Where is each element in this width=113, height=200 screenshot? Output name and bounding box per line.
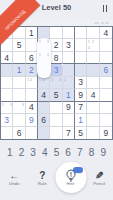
header: ПРОМОКОД Level 50 — [0, 0, 113, 18]
cell-value: 3 — [78, 77, 83, 87]
numpad-4[interactable]: 4 — [42, 146, 48, 160]
cell-r2c2[interactable]: 5 — [13, 39, 25, 51]
cell-r6c7[interactable]: 9 — [75, 89, 87, 101]
cell-r6c2[interactable] — [13, 89, 25, 101]
board-card: 1451323124461381236121213134519413349739… — [0, 19, 113, 140]
cell-r5c6[interactable]: 1 — [63, 77, 75, 89]
cell-r8c3[interactable]: 9 — [26, 114, 38, 126]
pencil-notes: 12 — [38, 77, 49, 88]
numpad-5[interactable]: 5 — [54, 146, 60, 160]
cell-r4c7[interactable] — [75, 64, 87, 76]
cell-r4c2[interactable]: 1 — [13, 64, 25, 76]
hint-label: Hint — [67, 181, 75, 185]
cell-r6c4[interactable]: 4 — [38, 89, 50, 101]
cell-value: 3 — [66, 40, 71, 50]
cell-r5c8[interactable] — [87, 77, 99, 89]
numpad-3[interactable]: 3 — [30, 146, 36, 160]
status-fragment — [105, 22, 109, 24]
pencil-label: Pencil — [93, 181, 105, 185]
cell-value: 6 — [103, 65, 108, 75]
cell-value: 3 — [54, 65, 59, 75]
cell-r8c6[interactable] — [63, 114, 75, 126]
pencil-notes: 13 — [38, 52, 49, 63]
cell-r8c7[interactable]: 1 — [75, 114, 87, 126]
cell-value: 4 — [103, 28, 108, 38]
cell-r9c8[interactable] — [87, 127, 99, 139]
hint-button[interactable]: Hint — [58, 162, 84, 187]
cell-r6c5[interactable]: 5 — [50, 89, 62, 101]
numpad-1[interactable]: 1 — [7, 146, 13, 160]
cell-r1c3[interactable]: 1 — [26, 27, 38, 39]
cell-r7c5[interactable] — [50, 102, 62, 114]
cell-value: 1 — [17, 65, 22, 75]
numpad-8[interactable]: 8 — [89, 146, 95, 160]
pause-icon — [103, 5, 105, 12]
cell-r8c9[interactable] — [100, 114, 112, 126]
cell-r3c6[interactable] — [63, 52, 75, 64]
cell-r7c9[interactable] — [100, 102, 112, 114]
cell-r5c3[interactable]: 12 — [26, 77, 38, 89]
cell-r6c3[interactable] — [26, 89, 38, 101]
cell-r9c6[interactable]: 7 — [63, 127, 75, 139]
cell-r9c3[interactable] — [26, 127, 38, 139]
question-icon: ? — [39, 169, 45, 181]
cell-value: 6 — [29, 53, 34, 63]
cell-value: 3 — [4, 115, 9, 125]
cell-r6c9[interactable] — [100, 89, 112, 101]
cell-r8c5[interactable] — [50, 114, 62, 126]
pencil-icon: ✎ — [95, 169, 103, 181]
undo-label: Undo — [9, 181, 19, 185]
cell-r8c2[interactable] — [13, 114, 25, 126]
cell-r5c5[interactable]: 13 — [50, 77, 62, 89]
pencil-notes: 124 — [87, 39, 98, 50]
cell-r5c1[interactable] — [1, 77, 13, 89]
cell-r6c1[interactable] — [1, 89, 13, 101]
undo-button[interactable]: ← Undo — [1, 162, 27, 187]
cell-r9c9[interactable]: 9 — [100, 127, 112, 139]
status-fragment — [94, 22, 99, 24]
numpad-2[interactable]: 2 — [19, 146, 25, 160]
cell-r4c8[interactable] — [87, 64, 99, 76]
cell-r1c9[interactable]: 4 — [100, 27, 112, 39]
cell-r5c2[interactable] — [13, 77, 25, 89]
cell-r5c7[interactable]: 3 — [75, 77, 87, 89]
cell-r2c5[interactable]: 2 — [50, 39, 62, 51]
cell-r2c7[interactable] — [75, 39, 87, 51]
pencil-notes: 13 — [1, 102, 12, 113]
cell-r9c4[interactable] — [38, 127, 50, 139]
cell-r7c4[interactable] — [38, 102, 50, 114]
pencil-button[interactable]: ✎ Pencil — [86, 162, 112, 187]
cell-r3c4[interactable]: 13 — [38, 52, 50, 64]
cell-value: 2 — [54, 40, 59, 50]
pause-button[interactable] — [103, 5, 108, 12]
number-pad: 123456789 — [0, 146, 113, 160]
cell-r3c9[interactable] — [100, 52, 112, 64]
hint-badge — [73, 167, 83, 173]
cell-value: 9 — [78, 90, 83, 100]
cell-r1c6[interactable] — [63, 27, 75, 39]
cell-r1c7[interactable] — [75, 27, 87, 39]
cell-r9c1[interactable] — [1, 127, 13, 139]
cell-value: 6 — [17, 128, 22, 138]
cell-r1c8[interactable] — [87, 27, 99, 39]
cell-r9c2[interactable]: 6 — [13, 127, 25, 139]
cell-r3c3[interactable]: 6 — [26, 52, 38, 64]
cell-r1c5[interactable] — [50, 27, 62, 39]
cell-r3c5[interactable]: 8 — [50, 52, 62, 64]
timer-area — [94, 22, 109, 24]
cell-r6c6[interactable]: 1 — [63, 89, 75, 101]
cell-value: 1 — [29, 28, 34, 38]
pause-icon — [106, 5, 108, 12]
cell-value: 4 — [4, 53, 9, 63]
cell-r8c8[interactable] — [87, 114, 99, 126]
cell-r3c7[interactable] — [75, 52, 87, 64]
pencil-notes: 3 — [13, 102, 24, 113]
pencil-notes: 13 — [50, 77, 61, 88]
sudoku-app-screen: ПРОМОКОД Level 50 1451323124461381236121… — [0, 0, 113, 200]
pencil-notes: 13 — [38, 39, 49, 50]
cell-r1c4[interactable] — [38, 27, 50, 39]
cell-r2c6[interactable]: 3 — [63, 39, 75, 51]
cell-r8c4[interactable]: 6 — [38, 114, 50, 126]
cell-r3c1[interactable]: 4 — [1, 52, 13, 64]
cell-value: 5 — [78, 128, 83, 138]
cell-r3c2[interactable] — [13, 52, 25, 64]
numpad-7[interactable]: 7 — [77, 146, 83, 160]
cell-value: 4 — [29, 102, 34, 112]
cell-r7c7[interactable]: 7 — [75, 102, 87, 114]
cell-r4c5[interactable]: 3 — [50, 64, 62, 76]
cell-value: 9 — [66, 102, 71, 112]
cell-r2c9[interactable] — [100, 39, 112, 51]
cell-r2c3[interactable] — [26, 39, 38, 51]
cell-value: 1 — [78, 115, 83, 125]
cell-value: 4 — [41, 90, 46, 100]
cell-value: 2 — [29, 65, 34, 75]
cell-r6c8[interactable]: 4 — [87, 89, 99, 101]
cell-r4c1[interactable] — [1, 64, 13, 76]
cell-r7c6[interactable]: 9 — [63, 102, 75, 114]
cell-r2c8[interactable]: 124 — [87, 39, 99, 51]
cell-r7c2[interactable]: 3 — [13, 102, 25, 114]
cell-value: 7 — [78, 102, 83, 112]
sudoku-board[interactable]: 1451323124461381236121213134519413349739… — [0, 26, 113, 140]
status-fragment — [101, 22, 104, 24]
cell-value: 5 — [54, 90, 59, 100]
cell-value: 9 — [103, 128, 108, 138]
rule-button[interactable]: ? Rule — [29, 162, 55, 187]
cell-value: 8 — [54, 53, 59, 63]
cell-value: 5 — [17, 40, 22, 50]
cell-r3c8[interactable] — [87, 52, 99, 64]
cell-value: 4 — [91, 90, 96, 100]
cell-r5c4[interactable]: 12 — [38, 77, 50, 89]
rule-label: Rule — [38, 181, 47, 185]
cell-r7c3[interactable]: 4 — [26, 102, 38, 114]
cell-r4c4[interactable] — [38, 64, 50, 76]
cell-value: 7 — [66, 128, 71, 138]
cell-r4c6[interactable] — [63, 64, 75, 76]
cell-r4c3[interactable]: 2 — [26, 64, 38, 76]
bulb-icon — [65, 169, 77, 181]
numpad-9[interactable]: 9 — [100, 146, 106, 160]
cell-r9c5[interactable] — [50, 127, 62, 139]
cell-r7c1[interactable]: 13 — [1, 102, 13, 114]
cell-value: 9 — [29, 115, 34, 125]
toolbar: ← Undo ? Rule Hint ✎ Pencil — [0, 162, 113, 187]
numpad-6[interactable]: 6 — [65, 146, 71, 160]
undo-arrow-icon: ← — [9, 169, 19, 181]
cell-value: 1 — [66, 90, 71, 100]
cell-r2c4[interactable]: 13 — [38, 39, 50, 51]
cell-value: 6 — [41, 115, 46, 125]
cell-r8c1[interactable]: 3 — [1, 114, 13, 126]
cell-r4c9[interactable]: 6 — [100, 64, 112, 76]
cell-r5c9[interactable] — [100, 77, 112, 89]
cell-r7c8[interactable] — [87, 102, 99, 114]
cell-r9c7[interactable]: 5 — [75, 127, 87, 139]
pencil-notes: 1 — [63, 77, 74, 88]
pencil-notes: 12 — [26, 77, 37, 88]
